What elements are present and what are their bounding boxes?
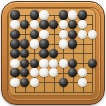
black-stone: [10, 39, 19, 48]
white-stone: [10, 78, 19, 87]
black-stone: [20, 49, 29, 58]
board-intersection-a4[interactable]: [10, 58, 20, 68]
board-intersection-e2[interactable]: [49, 78, 59, 88]
white-stone: [59, 59, 68, 68]
black-stone: [88, 59, 97, 68]
board-intersection-d1[interactable]: [39, 87, 49, 97]
white-stone: [30, 20, 39, 29]
board-intersection-f8[interactable]: [58, 20, 68, 30]
white-stone: [30, 78, 39, 87]
go-board-app: [0, 0, 106, 106]
board-intersection-f2[interactable]: [58, 78, 68, 88]
board-intersection-g3[interactable]: [68, 68, 78, 78]
black-stone: [68, 30, 77, 39]
board-intersection-d2[interactable]: [39, 78, 49, 88]
board-intersection-b5[interactable]: [20, 49, 30, 59]
black-stone: [10, 30, 19, 39]
board-intersection-d8[interactable]: [39, 20, 49, 30]
black-stone: [68, 68, 77, 77]
board-intersection-h3[interactable]: [78, 68, 88, 78]
board-intersection-e3[interactable]: [49, 68, 59, 78]
white-stone: [39, 59, 48, 68]
stone-grid: [10, 10, 97, 97]
board-intersection-i1[interactable]: [87, 87, 97, 97]
board-intersection-d3[interactable]: [39, 68, 49, 78]
board-intersection-b1[interactable]: [20, 87, 30, 97]
board-intersection-f4[interactable]: [58, 58, 68, 68]
board-intersection-h7[interactable]: [78, 29, 88, 39]
board-intersection-d6[interactable]: [39, 39, 49, 49]
white-stone: [59, 30, 68, 39]
white-stone: [59, 20, 68, 29]
white-stone: [78, 68, 87, 77]
board-intersection-h8[interactable]: [78, 20, 88, 30]
board-intersection-b7[interactable]: [20, 29, 30, 39]
board-intersection-e1[interactable]: [49, 87, 59, 97]
black-stone: [78, 10, 87, 19]
black-stone: [20, 78, 29, 87]
board-intersection-i5[interactable]: [87, 49, 97, 59]
board-intersection-e5[interactable]: [49, 49, 59, 59]
white-stone: [49, 68, 58, 77]
board-intersection-e7[interactable]: [49, 29, 59, 39]
board-intersection-f7[interactable]: [58, 29, 68, 39]
board-intersection-c9[interactable]: [29, 10, 39, 20]
board-intersection-a7[interactable]: [10, 29, 20, 39]
white-stone: [10, 20, 19, 29]
board-intersection-g7[interactable]: [68, 29, 78, 39]
board-intersection-g8[interactable]: [68, 20, 78, 30]
board-intersection-h2[interactable]: [78, 78, 88, 88]
board-intersection-c7[interactable]: [29, 29, 39, 39]
white-stone: [30, 39, 39, 48]
board-intersection-d9[interactable]: [39, 10, 49, 20]
board-intersection-c8[interactable]: [29, 20, 39, 30]
black-stone: [68, 20, 77, 29]
white-stone: [78, 20, 87, 29]
board-intersection-e9[interactable]: [49, 10, 59, 20]
board-intersection-a9[interactable]: [10, 10, 20, 20]
board-intersection-i9[interactable]: [87, 10, 97, 20]
white-stone: [59, 39, 68, 48]
board-intersection-a8[interactable]: [10, 20, 20, 30]
board-intersection-d4[interactable]: [39, 58, 49, 68]
board-intersection-c2[interactable]: [29, 78, 39, 88]
white-stone: [30, 68, 39, 77]
board-intersection-f6[interactable]: [58, 39, 68, 49]
black-stone: [10, 68, 19, 77]
white-stone: [88, 30, 97, 39]
black-stone: [20, 39, 29, 48]
board-intersection-e8[interactable]: [49, 20, 59, 30]
board-intersection-a1[interactable]: [10, 87, 20, 97]
board-intersection-b6[interactable]: [20, 39, 30, 49]
black-stone: [30, 10, 39, 19]
board-intersection-g9[interactable]: [68, 10, 78, 20]
board-intersection-c4[interactable]: [29, 58, 39, 68]
black-stone: [39, 39, 48, 48]
board-intersection-a3[interactable]: [10, 68, 20, 78]
board-intersection-c3[interactable]: [29, 68, 39, 78]
board-intersection-g1[interactable]: [68, 87, 78, 97]
board-intersection-i2[interactable]: [87, 78, 97, 88]
board-intersection-h1[interactable]: [78, 87, 88, 97]
board-intersection-f3[interactable]: [58, 68, 68, 78]
board-intersection-i6[interactable]: [87, 39, 97, 49]
board-intersection-c5[interactable]: [29, 49, 39, 59]
board-intersection-c6[interactable]: [29, 39, 39, 49]
board-intersection-b4[interactable]: [20, 58, 30, 68]
board-intersection-i3[interactable]: [87, 68, 97, 78]
board-intersection-d7[interactable]: [39, 29, 49, 39]
board-intersection-h5[interactable]: [78, 49, 88, 59]
board-intersection-b2[interactable]: [20, 78, 30, 88]
board-intersection-h9[interactable]: [78, 10, 88, 20]
white-stone: [68, 10, 77, 19]
black-stone: [20, 59, 29, 68]
black-stone: [10, 10, 19, 19]
board-intersection-h6[interactable]: [78, 39, 88, 49]
board-intersection-f5[interactable]: [58, 49, 68, 59]
board-intersection-f9[interactable]: [58, 10, 68, 20]
white-stone: [78, 30, 87, 39]
black-stone: [59, 78, 68, 87]
board-intersection-b9[interactable]: [20, 10, 30, 20]
black-stone: [39, 20, 48, 29]
white-stone: [10, 59, 19, 68]
black-stone: [30, 59, 39, 68]
board-intersection-g5[interactable]: [68, 49, 78, 59]
black-stone: [49, 20, 58, 29]
board-intersection-c1[interactable]: [29, 87, 39, 97]
white-stone: [78, 78, 87, 87]
board-intersection-i4[interactable]: [87, 58, 97, 68]
white-stone: [39, 10, 48, 19]
black-stone: [68, 59, 77, 68]
black-stone: [68, 39, 77, 48]
white-stone: [39, 30, 48, 39]
board-intersection-b3[interactable]: [20, 68, 30, 78]
board-intersection-a6[interactable]: [10, 39, 20, 49]
board-intersection-a2[interactable]: [10, 78, 20, 88]
board-intersection-b8[interactable]: [20, 20, 30, 30]
black-stone: [49, 49, 58, 58]
white-stone: [49, 59, 58, 68]
board-intersection-d5[interactable]: [39, 49, 49, 59]
board-intersection-a5[interactable]: [10, 49, 20, 59]
black-stone: [20, 68, 29, 77]
board-intersection-f1[interactable]: [58, 87, 68, 97]
board-intersection-i7[interactable]: [87, 29, 97, 39]
black-stone: [39, 49, 48, 58]
board-intersection-g4[interactable]: [68, 58, 78, 68]
board-intersection-g2[interactable]: [68, 78, 78, 88]
board-intersection-g6[interactable]: [68, 39, 78, 49]
white-stone: [39, 68, 48, 77]
black-stone: [20, 20, 29, 29]
black-stone: [30, 30, 39, 39]
board-intersection-e6[interactable]: [49, 39, 59, 49]
board-intersection-h4[interactable]: [78, 58, 88, 68]
board-intersection-i8[interactable]: [87, 20, 97, 30]
black-stone: [10, 49, 19, 58]
board-intersection-e4[interactable]: [49, 58, 59, 68]
black-stone: [59, 10, 68, 19]
